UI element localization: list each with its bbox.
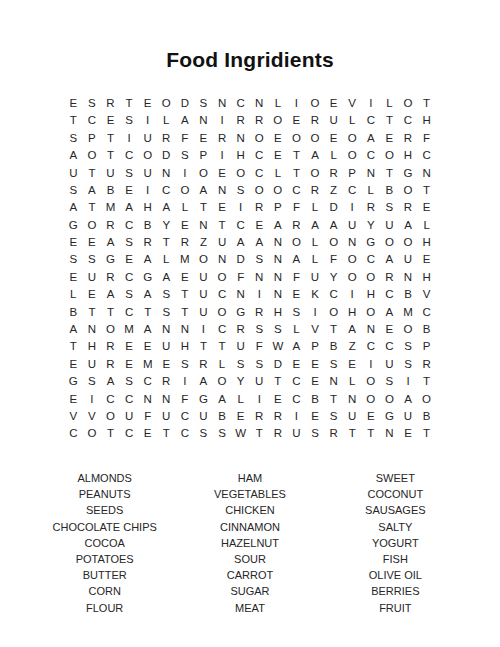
- grid-cell[interactable]: O: [231, 165, 250, 182]
- grid-cell[interactable]: F: [324, 252, 343, 269]
- grid-cell[interactable]: A: [399, 391, 418, 408]
- grid-cell[interactable]: T: [343, 425, 362, 442]
- grid-cell[interactable]: T: [101, 130, 120, 147]
- grid-cell[interactable]: U: [194, 286, 213, 303]
- grid-cell[interactable]: A: [362, 130, 381, 147]
- grid-cell[interactable]: E: [64, 391, 83, 408]
- grid-cell[interactable]: E: [176, 269, 195, 286]
- grid-cell[interactable]: E: [120, 252, 139, 269]
- grid-cell[interactable]: S: [64, 130, 83, 147]
- grid-cell[interactable]: O: [399, 321, 418, 338]
- grid-cell[interactable]: C: [287, 391, 306, 408]
- grid-cell[interactable]: A: [120, 199, 139, 216]
- grid-cell[interactable]: L: [306, 234, 325, 251]
- grid-cell[interactable]: I: [306, 304, 325, 321]
- grid-cell[interactable]: G: [64, 217, 83, 234]
- grid-cell[interactable]: G: [399, 165, 418, 182]
- grid-cell[interactable]: S: [83, 95, 102, 112]
- grid-cell[interactable]: T: [417, 182, 436, 199]
- grid-cell[interactable]: S: [157, 304, 176, 321]
- grid-cell[interactable]: L: [176, 199, 195, 216]
- grid-cell[interactable]: C: [101, 391, 120, 408]
- grid-cell[interactable]: D: [269, 356, 288, 373]
- grid-cell[interactable]: I: [194, 321, 213, 338]
- grid-cell[interactable]: O: [101, 408, 120, 425]
- grid-cell[interactable]: W: [231, 425, 250, 442]
- grid-cell[interactable]: T: [380, 165, 399, 182]
- grid-cell[interactable]: I: [213, 112, 232, 129]
- grid-cell[interactable]: C: [231, 217, 250, 234]
- grid-cell[interactable]: I: [362, 95, 381, 112]
- grid-cell[interactable]: S: [120, 165, 139, 182]
- grid-cell[interactable]: M: [101, 199, 120, 216]
- grid-cell[interactable]: C: [157, 182, 176, 199]
- grid-cell[interactable]: A: [101, 234, 120, 251]
- grid-cell[interactable]: T: [324, 391, 343, 408]
- grid-cell[interactable]: C: [343, 182, 362, 199]
- grid-cell[interactable]: P: [194, 147, 213, 164]
- grid-cell[interactable]: L: [343, 373, 362, 390]
- grid-cell[interactable]: N: [176, 321, 195, 338]
- grid-cell[interactable]: H: [269, 304, 288, 321]
- grid-cell[interactable]: B: [101, 182, 120, 199]
- grid-cell[interactable]: O: [362, 269, 381, 286]
- grid-cell[interactable]: E: [138, 425, 157, 442]
- grid-cell[interactable]: G: [194, 391, 213, 408]
- grid-cell[interactable]: S: [176, 147, 195, 164]
- grid-cell[interactable]: O: [213, 304, 232, 321]
- grid-cell[interactable]: L: [417, 217, 436, 234]
- grid-cell[interactable]: U: [194, 269, 213, 286]
- grid-cell[interactable]: U: [380, 356, 399, 373]
- grid-cell[interactable]: T: [213, 338, 232, 355]
- grid-cell[interactable]: E: [64, 356, 83, 373]
- grid-cell[interactable]: F: [250, 338, 269, 355]
- grid-cell[interactable]: R: [250, 304, 269, 321]
- grid-cell[interactable]: A: [83, 182, 102, 199]
- grid-cell[interactable]: I: [362, 356, 381, 373]
- grid-cell[interactable]: D: [157, 147, 176, 164]
- grid-cell[interactable]: C: [362, 147, 381, 164]
- grid-cell[interactable]: N: [194, 217, 213, 234]
- grid-cell[interactable]: N: [250, 269, 269, 286]
- grid-cell[interactable]: M: [399, 304, 418, 321]
- grid-cell[interactable]: F: [176, 130, 195, 147]
- grid-cell[interactable]: I: [231, 199, 250, 216]
- grid-cell[interactable]: Z: [194, 234, 213, 251]
- grid-cell[interactable]: Y: [324, 269, 343, 286]
- grid-cell[interactable]: H: [417, 234, 436, 251]
- grid-cell[interactable]: S: [399, 338, 418, 355]
- grid-cell[interactable]: E: [306, 356, 325, 373]
- grid-cell[interactable]: O: [306, 130, 325, 147]
- grid-cell[interactable]: I: [138, 112, 157, 129]
- grid-cell[interactable]: N: [231, 130, 250, 147]
- grid-cell[interactable]: F: [138, 408, 157, 425]
- grid-cell[interactable]: V: [306, 321, 325, 338]
- grid-cell[interactable]: S: [120, 112, 139, 129]
- grid-cell[interactable]: N: [157, 321, 176, 338]
- grid-cell[interactable]: R: [362, 199, 381, 216]
- grid-cell[interactable]: C: [83, 112, 102, 129]
- grid-cell[interactable]: T: [417, 425, 436, 442]
- grid-cell[interactable]: E: [324, 130, 343, 147]
- grid-cell[interactable]: N: [250, 95, 269, 112]
- grid-cell[interactable]: A: [324, 217, 343, 234]
- grid-cell[interactable]: E: [417, 252, 436, 269]
- grid-cell[interactable]: N: [362, 321, 381, 338]
- grid-cell[interactable]: U: [250, 373, 269, 390]
- grid-cell[interactable]: E: [287, 356, 306, 373]
- grid-cell[interactable]: C: [213, 286, 232, 303]
- grid-cell[interactable]: A: [157, 269, 176, 286]
- grid-cell[interactable]: U: [83, 356, 102, 373]
- grid-cell[interactable]: O: [269, 112, 288, 129]
- grid-cell[interactable]: M: [176, 252, 195, 269]
- grid-cell[interactable]: C: [250, 147, 269, 164]
- grid-cell[interactable]: V: [64, 408, 83, 425]
- grid-cell[interactable]: S: [287, 304, 306, 321]
- grid-cell[interactable]: A: [194, 182, 213, 199]
- grid-cell[interactable]: T: [176, 304, 195, 321]
- grid-cell[interactable]: O: [250, 130, 269, 147]
- grid-cell[interactable]: C: [176, 425, 195, 442]
- grid-cell[interactable]: E: [306, 373, 325, 390]
- grid-cell[interactable]: T: [120, 95, 139, 112]
- grid-cell[interactable]: R: [101, 95, 120, 112]
- grid-cell[interactable]: N: [213, 182, 232, 199]
- grid-cell[interactable]: A: [250, 234, 269, 251]
- grid-cell[interactable]: P: [306, 338, 325, 355]
- grid-cell[interactable]: O: [399, 234, 418, 251]
- grid-cell[interactable]: T: [194, 338, 213, 355]
- grid-cell[interactable]: U: [380, 217, 399, 234]
- grid-cell[interactable]: R: [399, 130, 418, 147]
- grid-cell[interactable]: E: [120, 338, 139, 355]
- grid-cell[interactable]: T: [417, 373, 436, 390]
- grid-cell[interactable]: E: [64, 269, 83, 286]
- grid-cell[interactable]: C: [213, 321, 232, 338]
- grid-cell[interactable]: A: [64, 199, 83, 216]
- grid-cell[interactable]: D: [176, 95, 195, 112]
- grid-cell[interactable]: I: [343, 199, 362, 216]
- grid-cell[interactable]: E: [417, 199, 436, 216]
- grid-cell[interactable]: A: [138, 252, 157, 269]
- grid-cell[interactable]: L: [213, 356, 232, 373]
- grid-cell[interactable]: A: [194, 373, 213, 390]
- grid-cell[interactable]: N: [213, 95, 232, 112]
- grid-cell[interactable]: A: [287, 338, 306, 355]
- grid-cell[interactable]: A: [343, 321, 362, 338]
- grid-cell[interactable]: S: [194, 425, 213, 442]
- grid-cell[interactable]: N: [269, 286, 288, 303]
- grid-cell[interactable]: N: [269, 234, 288, 251]
- grid-cell[interactable]: N: [138, 391, 157, 408]
- grid-cell[interactable]: C: [120, 217, 139, 234]
- grid-cell[interactable]: L: [269, 165, 288, 182]
- grid-cell[interactable]: R: [176, 234, 195, 251]
- grid-cell[interactable]: T: [83, 304, 102, 321]
- grid-cell[interactable]: A: [380, 304, 399, 321]
- grid-cell[interactable]: T: [362, 425, 381, 442]
- grid-cell[interactable]: N: [83, 321, 102, 338]
- grid-cell[interactable]: O: [380, 234, 399, 251]
- grid-cell[interactable]: N: [380, 425, 399, 442]
- grid-cell[interactable]: R: [287, 217, 306, 234]
- grid-cell[interactable]: L: [306, 252, 325, 269]
- grid-cell[interactable]: H: [343, 304, 362, 321]
- grid-cell[interactable]: C: [120, 269, 139, 286]
- grid-cell[interactable]: L: [287, 321, 306, 338]
- grid-cell[interactable]: E: [287, 286, 306, 303]
- grid-cell[interactable]: G: [380, 408, 399, 425]
- grid-cell[interactable]: H: [399, 147, 418, 164]
- grid-cell[interactable]: T: [324, 321, 343, 338]
- grid-cell[interactable]: F: [231, 269, 250, 286]
- grid-cell[interactable]: T: [64, 112, 83, 129]
- grid-cell[interactable]: A: [399, 217, 418, 234]
- grid-cell[interactable]: M: [120, 321, 139, 338]
- grid-cell[interactable]: R: [269, 425, 288, 442]
- grid-cell[interactable]: S: [231, 356, 250, 373]
- grid-cell[interactable]: R: [250, 112, 269, 129]
- grid-cell[interactable]: T: [380, 112, 399, 129]
- grid-cell[interactable]: A: [380, 252, 399, 269]
- grid-cell[interactable]: U: [343, 408, 362, 425]
- grid-cell[interactable]: C: [120, 304, 139, 321]
- grid-cell[interactable]: U: [324, 112, 343, 129]
- grid-cell[interactable]: O: [343, 269, 362, 286]
- grid-cell[interactable]: S: [250, 321, 269, 338]
- grid-cell[interactable]: N: [269, 252, 288, 269]
- grid-cell[interactable]: T: [64, 338, 83, 355]
- grid-cell[interactable]: M: [138, 356, 157, 373]
- grid-cell[interactable]: S: [83, 373, 102, 390]
- grid-cell[interactable]: R: [138, 234, 157, 251]
- grid-cell[interactable]: U: [287, 425, 306, 442]
- grid-cell[interactable]: L: [269, 95, 288, 112]
- grid-cell[interactable]: Y: [362, 217, 381, 234]
- grid-cell[interactable]: N: [362, 165, 381, 182]
- grid-cell[interactable]: S: [83, 252, 102, 269]
- grid-cell[interactable]: T: [83, 165, 102, 182]
- grid-cell[interactable]: Y: [231, 373, 250, 390]
- grid-cell[interactable]: N: [194, 112, 213, 129]
- grid-cell[interactable]: U: [231, 338, 250, 355]
- grid-cell[interactable]: S: [250, 356, 269, 373]
- grid-cell[interactable]: G: [362, 234, 381, 251]
- grid-cell[interactable]: O: [362, 304, 381, 321]
- grid-cell[interactable]: S: [380, 373, 399, 390]
- grid-cell[interactable]: B: [64, 304, 83, 321]
- grid-cell[interactable]: Z: [343, 338, 362, 355]
- grid-cell[interactable]: R: [380, 269, 399, 286]
- grid-cell[interactable]: E: [120, 356, 139, 373]
- grid-cell[interactable]: E: [306, 408, 325, 425]
- grid-cell[interactable]: R: [306, 112, 325, 129]
- grid-cell[interactable]: L: [324, 147, 343, 164]
- grid-cell[interactable]: H: [417, 112, 436, 129]
- grid-cell[interactable]: E: [399, 425, 418, 442]
- grid-cell[interactable]: L: [231, 391, 250, 408]
- grid-cell[interactable]: F: [287, 269, 306, 286]
- grid-cell[interactable]: O: [399, 182, 418, 199]
- grid-cell[interactable]: H: [83, 338, 102, 355]
- grid-cell[interactable]: S: [120, 234, 139, 251]
- grid-cell[interactable]: I: [399, 373, 418, 390]
- grid-cell[interactable]: T: [417, 95, 436, 112]
- grid-cell[interactable]: A: [306, 217, 325, 234]
- grid-cell[interactable]: R: [101, 269, 120, 286]
- grid-cell[interactable]: A: [176, 112, 195, 129]
- grid-cell[interactable]: C: [417, 147, 436, 164]
- grid-cell[interactable]: U: [157, 408, 176, 425]
- grid-cell[interactable]: U: [399, 252, 418, 269]
- grid-cell[interactable]: E: [269, 147, 288, 164]
- grid-cell[interactable]: L: [362, 182, 381, 199]
- grid-cell[interactable]: R: [250, 199, 269, 216]
- grid-cell[interactable]: E: [138, 95, 157, 112]
- grid-cell[interactable]: O: [194, 165, 213, 182]
- grid-cell[interactable]: E: [269, 130, 288, 147]
- grid-cell[interactable]: F: [417, 130, 436, 147]
- grid-cell[interactable]: N: [269, 269, 288, 286]
- grid-cell[interactable]: N: [324, 373, 343, 390]
- grid-cell[interactable]: N: [417, 165, 436, 182]
- grid-cell[interactable]: T: [138, 304, 157, 321]
- grid-cell[interactable]: C: [362, 252, 381, 269]
- grid-cell[interactable]: N: [399, 269, 418, 286]
- grid-cell[interactable]: U: [138, 165, 157, 182]
- grid-cell[interactable]: B: [417, 321, 436, 338]
- grid-cell[interactable]: O: [362, 391, 381, 408]
- grid-cell[interactable]: C: [287, 373, 306, 390]
- grid-cell[interactable]: T: [101, 425, 120, 442]
- grid-cell[interactable]: T: [194, 199, 213, 216]
- grid-cell[interactable]: H: [138, 199, 157, 216]
- grid-cell[interactable]: A: [213, 391, 232, 408]
- grid-cell[interactable]: C: [120, 425, 139, 442]
- grid-cell[interactable]: S: [194, 95, 213, 112]
- grid-cell[interactable]: V: [417, 286, 436, 303]
- grid-cell[interactable]: G: [138, 269, 157, 286]
- grid-cell[interactable]: O: [380, 147, 399, 164]
- grid-cell[interactable]: R: [231, 112, 250, 129]
- grid-cell[interactable]: G: [64, 373, 83, 390]
- grid-cell[interactable]: C: [362, 338, 381, 355]
- grid-cell[interactable]: K: [306, 286, 325, 303]
- grid-cell[interactable]: H: [176, 338, 195, 355]
- grid-cell[interactable]: E: [176, 217, 195, 234]
- grid-cell[interactable]: I: [343, 286, 362, 303]
- grid-cell[interactable]: C: [250, 165, 269, 182]
- grid-cell[interactable]: C: [120, 391, 139, 408]
- grid-cell[interactable]: S: [306, 425, 325, 442]
- grid-cell[interactable]: F: [287, 199, 306, 216]
- grid-cell[interactable]: V: [343, 95, 362, 112]
- grid-cell[interactable]: I: [287, 95, 306, 112]
- grid-cell[interactable]: D: [231, 252, 250, 269]
- grid-cell[interactable]: N: [213, 252, 232, 269]
- grid-cell[interactable]: S: [269, 321, 288, 338]
- grid-cell[interactable]: R: [324, 165, 343, 182]
- grid-cell[interactable]: U: [120, 408, 139, 425]
- grid-cell[interactable]: T: [83, 199, 102, 216]
- grid-cell[interactable]: C: [417, 304, 436, 321]
- grid-cell[interactable]: H: [231, 147, 250, 164]
- grid-cell[interactable]: O: [417, 391, 436, 408]
- grid-cell[interactable]: E: [362, 408, 381, 425]
- grid-cell[interactable]: E: [64, 234, 83, 251]
- grid-cell[interactable]: L: [380, 95, 399, 112]
- grid-cell[interactable]: A: [64, 321, 83, 338]
- grid-cell[interactable]: O: [380, 391, 399, 408]
- grid-cell[interactable]: I: [176, 373, 195, 390]
- grid-cell[interactable]: O: [213, 373, 232, 390]
- grid-cell[interactable]: T: [287, 147, 306, 164]
- grid-cell[interactable]: E: [324, 95, 343, 112]
- grid-cell[interactable]: T: [101, 147, 120, 164]
- grid-cell[interactable]: R: [306, 182, 325, 199]
- grid-cell[interactable]: R: [194, 356, 213, 373]
- grid-cell[interactable]: A: [287, 252, 306, 269]
- grid-cell[interactable]: U: [138, 130, 157, 147]
- grid-cell[interactable]: A: [269, 217, 288, 234]
- grid-cell[interactable]: U: [64, 165, 83, 182]
- grid-cell[interactable]: T: [157, 425, 176, 442]
- grid-cell[interactable]: S: [120, 286, 139, 303]
- grid-cell[interactable]: R: [101, 356, 120, 373]
- grid-cell[interactable]: P: [417, 338, 436, 355]
- grid-cell[interactable]: B: [399, 286, 418, 303]
- grid-cell[interactable]: U: [306, 269, 325, 286]
- grid-cell[interactable]: U: [343, 217, 362, 234]
- grid-cell[interactable]: U: [194, 408, 213, 425]
- grid-cell[interactable]: U: [213, 234, 232, 251]
- grid-cell[interactable]: A: [138, 321, 157, 338]
- grid-cell[interactable]: C: [380, 286, 399, 303]
- grid-cell[interactable]: F: [176, 391, 195, 408]
- grid-cell[interactable]: S: [380, 199, 399, 216]
- grid-cell[interactable]: O: [157, 95, 176, 112]
- grid-cell[interactable]: S: [64, 182, 83, 199]
- grid-cell[interactable]: G: [231, 304, 250, 321]
- grid-cell[interactable]: S: [120, 373, 139, 390]
- grid-cell[interactable]: B: [306, 391, 325, 408]
- grid-cell[interactable]: E: [157, 356, 176, 373]
- grid-cell[interactable]: R: [250, 408, 269, 425]
- grid-cell[interactable]: O: [287, 234, 306, 251]
- grid-cell[interactable]: O: [287, 130, 306, 147]
- grid-cell[interactable]: I: [120, 130, 139, 147]
- grid-cell[interactable]: L: [64, 286, 83, 303]
- grid-cell[interactable]: H: [417, 269, 436, 286]
- grid-cell[interactable]: S: [64, 252, 83, 269]
- grid-cell[interactable]: N: [343, 234, 362, 251]
- grid-cell[interactable]: W: [269, 338, 288, 355]
- grid-cell[interactable]: E: [343, 356, 362, 373]
- grid-cell[interactable]: R: [417, 356, 436, 373]
- grid-cell[interactable]: C: [380, 338, 399, 355]
- grid-cell[interactable]: R: [324, 425, 343, 442]
- grid-cell[interactable]: L: [343, 112, 362, 129]
- grid-cell[interactable]: O: [101, 321, 120, 338]
- grid-cell[interactable]: D: [324, 199, 343, 216]
- grid-cell[interactable]: R: [213, 130, 232, 147]
- grid-cell[interactable]: B: [417, 408, 436, 425]
- grid-cell[interactable]: L: [157, 112, 176, 129]
- grid-cell[interactable]: R: [269, 408, 288, 425]
